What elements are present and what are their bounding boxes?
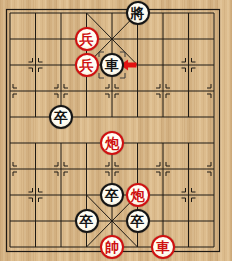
piece-red-chariot[interactable]: 車 <box>151 235 175 259</box>
piece-red-cannon[interactable]: 炮 <box>126 183 150 207</box>
piece-red-cannon[interactable]: 炮 <box>100 131 124 155</box>
piece-red-general[interactable]: 帥 <box>100 235 124 259</box>
piece-red-soldier[interactable]: 兵 <box>75 53 99 77</box>
piece-black-soldier[interactable]: 卒 <box>100 183 124 207</box>
xiangqi-app: 將兵兵車卒炮卒炮卒卒帥車 <box>0 0 232 261</box>
piece-black-soldier[interactable]: 卒 <box>75 209 99 233</box>
piece-black-chariot[interactable]: 車 <box>100 53 124 77</box>
piece-black-soldier[interactable]: 卒 <box>126 209 150 233</box>
xiangqi-board[interactable]: 將兵兵車卒炮卒炮卒卒帥車 <box>0 0 227 260</box>
piece-black-general[interactable]: 將 <box>126 1 150 25</box>
piece-red-soldier[interactable]: 兵 <box>75 27 99 51</box>
piece-black-soldier[interactable]: 卒 <box>49 105 73 129</box>
